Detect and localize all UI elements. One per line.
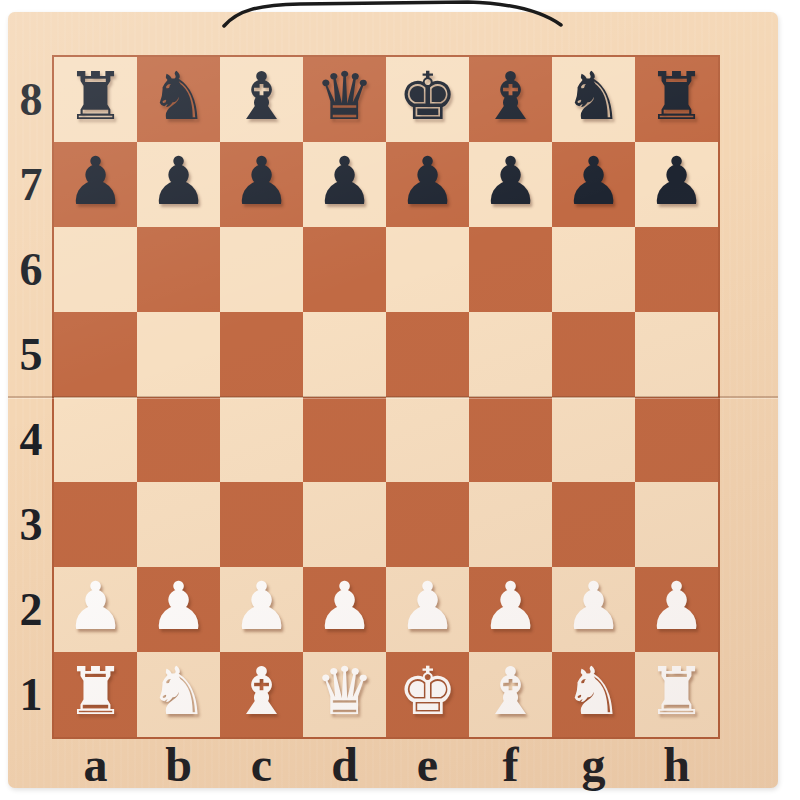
piece-black-pawn: ♟ [66, 149, 125, 215]
square-h6[interactable] [635, 227, 718, 312]
square-b8[interactable]: ♞ [137, 57, 220, 142]
square-b3[interactable] [137, 482, 220, 567]
square-g1[interactable]: ♞ [552, 652, 635, 737]
square-c7[interactable]: ♟ [220, 142, 303, 227]
square-f2[interactable]: ♟ [469, 567, 552, 652]
square-d7[interactable]: ♟ [303, 142, 386, 227]
piece-black-pawn: ♟ [398, 149, 457, 215]
rank-label-2: 2 [8, 567, 54, 652]
square-f6[interactable] [469, 227, 552, 312]
square-a7[interactable]: ♟ [54, 142, 137, 227]
square-g4[interactable] [552, 397, 635, 482]
piece-black-bishop: ♝ [481, 64, 540, 130]
square-f3[interactable] [469, 482, 552, 567]
square-f4[interactable] [469, 397, 552, 482]
square-a2[interactable]: ♟ [54, 567, 137, 652]
piece-white-pawn: ♟ [398, 574, 457, 640]
square-b1[interactable]: ♞ [137, 652, 220, 737]
square-c2[interactable]: ♟ [220, 567, 303, 652]
square-e6[interactable] [386, 227, 469, 312]
square-e3[interactable] [386, 482, 469, 567]
square-h1[interactable]: ♜ [635, 652, 718, 737]
square-h8[interactable]: ♜ [635, 57, 718, 142]
square-e1[interactable]: ♚ [386, 652, 469, 737]
square-b2[interactable]: ♟ [137, 567, 220, 652]
square-h4[interactable] [635, 397, 718, 482]
piece-white-bishop: ♝ [481, 659, 540, 725]
square-b6[interactable] [137, 227, 220, 312]
square-e7[interactable]: ♟ [386, 142, 469, 227]
square-g3[interactable] [552, 482, 635, 567]
square-a4[interactable] [54, 397, 137, 482]
square-b7[interactable]: ♟ [137, 142, 220, 227]
file-label-b: b [137, 737, 220, 792]
square-a8[interactable]: ♜ [54, 57, 137, 142]
demo-chess-board-photo: ♜♞♝♛♚♝♞♜♟♟♟♟♟♟♟♟♟♟♟♟♟♟♟♟♜♞♝♛♚♝♞♜ 8765432… [0, 0, 800, 800]
piece-white-rook: ♜ [66, 659, 125, 725]
square-h7[interactable]: ♟ [635, 142, 718, 227]
square-f7[interactable]: ♟ [469, 142, 552, 227]
rank-label-8: 8 [8, 57, 54, 142]
square-h2[interactable]: ♟ [635, 567, 718, 652]
file-labels: abcdefgh [54, 737, 718, 781]
piece-white-knight: ♞ [564, 659, 623, 725]
file-label-g: g [552, 737, 635, 792]
file-label-h: h [635, 737, 718, 792]
square-g5[interactable] [552, 312, 635, 397]
piece-black-bishop: ♝ [232, 64, 291, 130]
square-g7[interactable]: ♟ [552, 142, 635, 227]
square-d6[interactable] [303, 227, 386, 312]
piece-white-pawn: ♟ [66, 574, 125, 640]
rank-label-4: 4 [8, 397, 54, 482]
piece-white-pawn: ♟ [481, 574, 540, 640]
piece-white-queen: ♛ [315, 659, 374, 725]
square-b5[interactable] [137, 312, 220, 397]
piece-white-pawn: ♟ [232, 574, 291, 640]
square-d3[interactable] [303, 482, 386, 567]
piece-black-king: ♚ [398, 64, 457, 130]
piece-black-rook: ♜ [66, 64, 125, 130]
rank-label-1: 1 [8, 652, 54, 737]
square-e5[interactable] [386, 312, 469, 397]
board-grid: ♜♞♝♛♚♝♞♜♟♟♟♟♟♟♟♟♟♟♟♟♟♟♟♟♜♞♝♛♚♝♞♜ [54, 57, 718, 737]
square-f1[interactable]: ♝ [469, 652, 552, 737]
rank-label-6: 6 [8, 227, 54, 312]
square-b4[interactable] [137, 397, 220, 482]
file-label-f: f [469, 737, 552, 792]
square-f5[interactable] [469, 312, 552, 397]
piece-white-pawn: ♟ [315, 574, 374, 640]
piece-black-knight: ♞ [564, 64, 623, 130]
square-g8[interactable]: ♞ [552, 57, 635, 142]
piece-white-pawn: ♟ [149, 574, 208, 640]
square-a5[interactable] [54, 312, 137, 397]
square-g2[interactable]: ♟ [552, 567, 635, 652]
square-e4[interactable] [386, 397, 469, 482]
square-h3[interactable] [635, 482, 718, 567]
rank-label-3: 3 [8, 482, 54, 567]
rank-label-7: 7 [8, 142, 54, 227]
piece-white-king: ♚ [398, 659, 457, 725]
square-a3[interactable] [54, 482, 137, 567]
piece-black-queen: ♛ [315, 64, 374, 130]
piece-white-knight: ♞ [149, 659, 208, 725]
hanging-cord-path [224, 2, 561, 26]
file-label-c: c [220, 737, 303, 792]
piece-white-pawn: ♟ [647, 574, 706, 640]
square-d2[interactable]: ♟ [303, 567, 386, 652]
demo-board: ♜♞♝♛♚♝♞♜♟♟♟♟♟♟♟♟♟♟♟♟♟♟♟♟♜♞♝♛♚♝♞♜ 8765432… [8, 12, 778, 788]
square-h5[interactable] [635, 312, 718, 397]
file-label-d: d [303, 737, 386, 792]
file-label-a: a [54, 737, 137, 792]
piece-black-pawn: ♟ [564, 149, 623, 215]
square-d1[interactable]: ♛ [303, 652, 386, 737]
square-d4[interactable] [303, 397, 386, 482]
piece-white-rook: ♜ [647, 659, 706, 725]
square-d8[interactable]: ♛ [303, 57, 386, 142]
square-f8[interactable]: ♝ [469, 57, 552, 142]
file-label-e: e [386, 737, 469, 792]
piece-black-rook: ♜ [647, 64, 706, 130]
square-e2[interactable]: ♟ [386, 567, 469, 652]
square-c6[interactable] [220, 227, 303, 312]
piece-black-pawn: ♟ [232, 149, 291, 215]
square-e8[interactable]: ♚ [386, 57, 469, 142]
piece-black-pawn: ♟ [315, 149, 374, 215]
piece-black-knight: ♞ [149, 64, 208, 130]
square-c8[interactable]: ♝ [220, 57, 303, 142]
square-a1[interactable]: ♜ [54, 652, 137, 737]
square-d5[interactable] [303, 312, 386, 397]
piece-white-pawn: ♟ [564, 574, 623, 640]
piece-white-bishop: ♝ [232, 659, 291, 725]
square-a6[interactable] [54, 227, 137, 312]
rank-labels: 87654321 [8, 57, 54, 737]
piece-black-pawn: ♟ [149, 149, 208, 215]
piece-black-pawn: ♟ [647, 149, 706, 215]
square-g6[interactable] [552, 227, 635, 312]
square-c5[interactable] [220, 312, 303, 397]
rank-label-5: 5 [8, 312, 54, 397]
square-c1[interactable]: ♝ [220, 652, 303, 737]
square-c3[interactable] [220, 482, 303, 567]
piece-black-pawn: ♟ [481, 149, 540, 215]
square-c4[interactable] [220, 397, 303, 482]
hanging-cord [0, 0, 800, 60]
